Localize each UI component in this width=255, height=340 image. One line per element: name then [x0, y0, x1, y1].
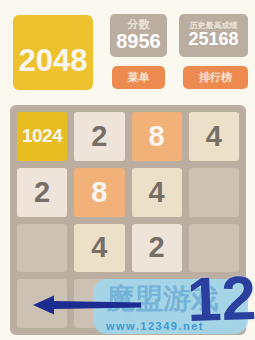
cell-r0c0: 1024	[17, 112, 67, 161]
best-score-value: 25168	[188, 30, 238, 49]
cell-r1c2: 4	[132, 168, 182, 217]
cell-r3c0	[17, 279, 67, 328]
leaderboard-button[interactable]: 排行榜	[183, 66, 248, 89]
cell-r1c0: 2	[17, 168, 67, 217]
cell-r2c2: 2	[132, 224, 182, 273]
watermark: 魔盟游戏 www.12349.net 12	[93, 279, 248, 334]
cell-r1c3	[189, 168, 239, 217]
cell-r0c2: 8	[132, 112, 182, 161]
cell-r0c3: 4	[189, 112, 239, 161]
watermark-badge-12: 12	[186, 267, 255, 331]
menu-button[interactable]: 菜单	[112, 66, 165, 89]
best-score-box: 历史最高成绩 25168	[179, 14, 248, 57]
score-value: 8956	[116, 31, 161, 52]
score-box: 分数 8956	[110, 14, 167, 57]
cell-r0c1: 2	[74, 112, 124, 161]
cell-r1c1: 8	[74, 168, 124, 217]
cell-r2c0	[17, 224, 67, 273]
cell-r2c1: 4	[74, 224, 124, 273]
logo-2048-tile: 2048	[13, 15, 93, 90]
game-screen: 2048 分数 8956 历史最高成绩 25168 菜单 排行榜 1024 2 …	[0, 0, 255, 340]
